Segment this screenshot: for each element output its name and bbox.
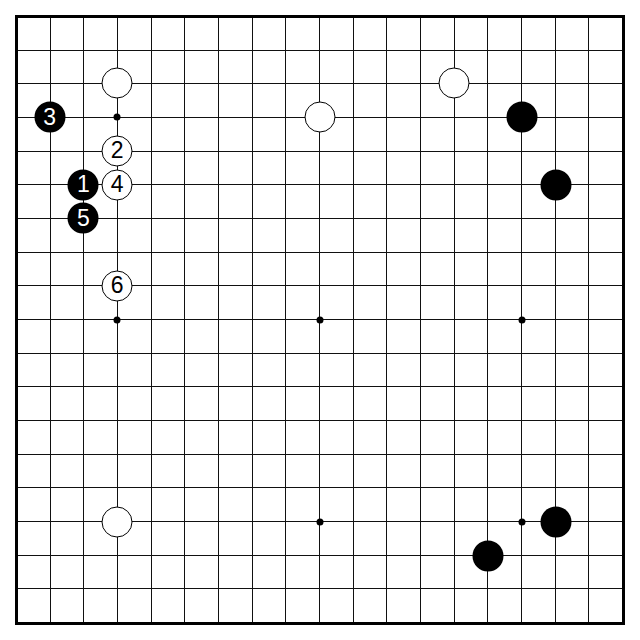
grid-cell[interactable] — [556, 286, 590, 320]
grid-cell[interactable] — [253, 421, 287, 455]
grid-cell[interactable] — [387, 320, 421, 354]
grid-cell[interactable] — [354, 219, 388, 253]
grid-cell[interactable] — [51, 421, 85, 455]
grid-cell[interactable] — [421, 556, 455, 590]
grid-cell[interactable] — [522, 17, 556, 51]
grid-cell[interactable] — [17, 421, 51, 455]
grid-cell[interactable] — [286, 387, 320, 421]
grid-cell[interactable] — [286, 320, 320, 354]
grid-cell[interactable] — [17, 51, 51, 85]
grid-cell[interactable] — [556, 455, 590, 489]
go-board[interactable]: 123456 — [0, 0, 640, 640]
grid-cell[interactable] — [51, 488, 85, 522]
grid-cell[interactable] — [17, 286, 51, 320]
grid-cell[interactable] — [589, 488, 623, 522]
grid-cell[interactable] — [455, 455, 489, 489]
grid-cell[interactable] — [556, 354, 590, 388]
grid-cell[interactable] — [556, 556, 590, 590]
grid-cell[interactable] — [488, 219, 522, 253]
stone-white-d4[interactable] — [102, 506, 133, 537]
grid-cell[interactable] — [354, 320, 388, 354]
grid-cell[interactable] — [354, 387, 388, 421]
grid-cell[interactable] — [421, 17, 455, 51]
grid-cell[interactable] — [522, 556, 556, 590]
grid-cell[interactable] — [421, 354, 455, 388]
grid-cell[interactable] — [118, 320, 152, 354]
grid-cell[interactable] — [51, 387, 85, 421]
grid-cell[interactable] — [320, 51, 354, 85]
grid-cell[interactable] — [185, 185, 219, 219]
grid-cell[interactable] — [387, 219, 421, 253]
grid-cell[interactable] — [253, 219, 287, 253]
grid-cell[interactable] — [589, 152, 623, 186]
grid-cell[interactable] — [387, 17, 421, 51]
grid-cell[interactable] — [589, 51, 623, 85]
grid-cell[interactable] — [185, 589, 219, 623]
grid-cell[interactable] — [253, 152, 287, 186]
stone-white-4[interactable]: 4 — [102, 169, 133, 200]
grid-cell[interactable] — [589, 286, 623, 320]
grid-cell[interactable] — [152, 455, 186, 489]
grid-cell[interactable] — [253, 185, 287, 219]
grid-cell[interactable] — [152, 253, 186, 287]
grid-cell[interactable] — [387, 354, 421, 388]
grid-cell[interactable] — [320, 320, 354, 354]
grid-cell[interactable] — [589, 421, 623, 455]
grid-cell[interactable] — [51, 253, 85, 287]
grid-cell[interactable] — [152, 522, 186, 556]
grid-cell[interactable] — [51, 354, 85, 388]
grid-cell[interactable] — [320, 17, 354, 51]
grid-cell[interactable] — [185, 17, 219, 51]
grid-cell[interactable] — [253, 387, 287, 421]
grid-cell[interactable] — [17, 354, 51, 388]
grid-cell[interactable] — [286, 556, 320, 590]
stone-black-q16[interactable] — [506, 102, 537, 133]
grid-cell[interactable] — [387, 118, 421, 152]
stone-white-6[interactable]: 6 — [102, 270, 133, 301]
grid-cell[interactable] — [84, 421, 118, 455]
grid-cell[interactable] — [488, 152, 522, 186]
grid-cell[interactable] — [152, 152, 186, 186]
grid-cell[interactable] — [185, 152, 219, 186]
grid-cell[interactable] — [286, 17, 320, 51]
grid-cell[interactable] — [219, 17, 253, 51]
grid-cell[interactable] — [253, 320, 287, 354]
grid-cell[interactable] — [589, 455, 623, 489]
grid-cell[interactable] — [387, 185, 421, 219]
grid-cell[interactable] — [253, 556, 287, 590]
grid-cell[interactable] — [219, 118, 253, 152]
grid-cell[interactable] — [455, 320, 489, 354]
grid-cell[interactable] — [219, 320, 253, 354]
grid-cell[interactable] — [488, 488, 522, 522]
grid-cell[interactable] — [522, 589, 556, 623]
grid-cell[interactable] — [219, 421, 253, 455]
grid-cell[interactable] — [387, 455, 421, 489]
grid-cell[interactable] — [320, 354, 354, 388]
grid-cell[interactable] — [219, 51, 253, 85]
grid-cell[interactable] — [185, 320, 219, 354]
grid-cell[interactable] — [354, 17, 388, 51]
grid-cell[interactable] — [421, 522, 455, 556]
grid-cell[interactable] — [589, 253, 623, 287]
grid-cell[interactable] — [387, 51, 421, 85]
grid-cell[interactable] — [387, 421, 421, 455]
grid-cell[interactable] — [488, 455, 522, 489]
grid-cell[interactable] — [421, 320, 455, 354]
grid-cell[interactable] — [455, 589, 489, 623]
grid-cell[interactable] — [185, 51, 219, 85]
grid-cell[interactable] — [51, 556, 85, 590]
grid-cell[interactable] — [589, 17, 623, 51]
grid-cell[interactable] — [589, 556, 623, 590]
grid-cell[interactable] — [421, 286, 455, 320]
grid-cell[interactable] — [118, 219, 152, 253]
grid-cell[interactable] — [185, 556, 219, 590]
grid-cell[interactable] — [253, 286, 287, 320]
grid-cell[interactable] — [421, 118, 455, 152]
grid-cell[interactable] — [286, 589, 320, 623]
grid-cell[interactable] — [51, 17, 85, 51]
grid-cell[interactable] — [152, 589, 186, 623]
grid-cell[interactable] — [354, 185, 388, 219]
grid-cell[interactable] — [286, 421, 320, 455]
grid-cell[interactable] — [152, 387, 186, 421]
move-number: 1 — [77, 173, 90, 196]
grid-cell[interactable] — [185, 421, 219, 455]
star-point — [114, 316, 121, 323]
grid-cell[interactable] — [455, 152, 489, 186]
grid-cell[interactable] — [556, 320, 590, 354]
grid-cell[interactable] — [488, 185, 522, 219]
grid-cell[interactable] — [152, 421, 186, 455]
grid-cell[interactable] — [253, 17, 287, 51]
grid-cell[interactable] — [185, 84, 219, 118]
grid-cell[interactable] — [152, 286, 186, 320]
grid-cell[interactable] — [522, 51, 556, 85]
grid-cell[interactable] — [354, 354, 388, 388]
grid-cell[interactable] — [421, 488, 455, 522]
grid-cell[interactable] — [556, 253, 590, 287]
grid-cell[interactable] — [320, 387, 354, 421]
grid-cell[interactable] — [488, 421, 522, 455]
grid-cell[interactable] — [286, 152, 320, 186]
grid-cell[interactable] — [455, 421, 489, 455]
grid-cell[interactable] — [17, 455, 51, 489]
grid-cell[interactable] — [253, 354, 287, 388]
grid-cell[interactable] — [589, 387, 623, 421]
grid-cell[interactable] — [455, 488, 489, 522]
grid-cell[interactable] — [51, 286, 85, 320]
grid-cell[interactable] — [488, 51, 522, 85]
grid-cell[interactable] — [589, 118, 623, 152]
grid-cell[interactable] — [354, 51, 388, 85]
grid-cell[interactable] — [589, 185, 623, 219]
grid-cell[interactable] — [455, 354, 489, 388]
stone-black-r14[interactable] — [540, 169, 571, 200]
grid-cell[interactable] — [118, 17, 152, 51]
grid-cell[interactable] — [185, 354, 219, 388]
grid-cell[interactable] — [522, 387, 556, 421]
grid-cell[interactable] — [488, 253, 522, 287]
grid-cell[interactable] — [589, 522, 623, 556]
grid-cell[interactable] — [84, 354, 118, 388]
grid-cell[interactable] — [320, 455, 354, 489]
grid-cell[interactable] — [253, 118, 287, 152]
grid-cell[interactable] — [522, 354, 556, 388]
grid-cell[interactable] — [51, 589, 85, 623]
stone-black-p3[interactable] — [473, 540, 504, 571]
grid-cell[interactable] — [219, 286, 253, 320]
stone-black-1[interactable]: 1 — [68, 169, 99, 200]
grid-cell[interactable] — [589, 84, 623, 118]
grid-cell[interactable] — [354, 421, 388, 455]
grid-cell[interactable] — [320, 589, 354, 623]
grid-cell[interactable] — [118, 354, 152, 388]
grid-cell[interactable] — [556, 17, 590, 51]
grid-cell[interactable] — [387, 152, 421, 186]
grid-cell[interactable] — [185, 286, 219, 320]
star-point — [518, 518, 525, 525]
grid-cell[interactable] — [286, 522, 320, 556]
grid-cell[interactable] — [118, 556, 152, 590]
grid-cell[interactable] — [354, 589, 388, 623]
grid-cell[interactable] — [387, 387, 421, 421]
grid-cell[interactable] — [421, 152, 455, 186]
grid-cell[interactable] — [556, 589, 590, 623]
grid-cell[interactable] — [354, 84, 388, 118]
grid-cell[interactable] — [185, 253, 219, 287]
star-point — [114, 114, 121, 121]
stone-black-5[interactable]: 5 — [68, 203, 99, 234]
grid-cell[interactable] — [17, 556, 51, 590]
grid-cell[interactable] — [556, 84, 590, 118]
grid-cell[interactable] — [84, 387, 118, 421]
grid-cell[interactable] — [118, 455, 152, 489]
star-point — [316, 316, 323, 323]
grid-cell[interactable] — [320, 421, 354, 455]
grid-cell[interactable] — [253, 589, 287, 623]
grid-cell[interactable] — [118, 589, 152, 623]
grid-cell[interactable] — [320, 185, 354, 219]
grid-cell[interactable] — [320, 488, 354, 522]
grid-cell[interactable] — [17, 488, 51, 522]
grid-cell[interactable] — [455, 118, 489, 152]
grid-cell[interactable] — [17, 17, 51, 51]
grid-cell[interactable] — [286, 253, 320, 287]
grid-cell[interactable] — [455, 17, 489, 51]
move-number: 3 — [43, 105, 56, 128]
grid-cell[interactable] — [17, 522, 51, 556]
grid-cell[interactable] — [387, 522, 421, 556]
grid-cell[interactable] — [488, 286, 522, 320]
grid-cell[interactable] — [522, 421, 556, 455]
grid-cell[interactable] — [253, 84, 287, 118]
grid-cell[interactable] — [320, 286, 354, 320]
grid-cell[interactable] — [286, 219, 320, 253]
grid-cell[interactable] — [17, 152, 51, 186]
grid-cell[interactable] — [387, 253, 421, 287]
grid-cell[interactable] — [589, 354, 623, 388]
grid-cell[interactable] — [286, 51, 320, 85]
grid-cell[interactable] — [589, 320, 623, 354]
stone-white-o17[interactable] — [439, 68, 470, 99]
grid-cell[interactable] — [421, 455, 455, 489]
move-number: 4 — [111, 173, 124, 196]
grid-cell[interactable] — [488, 17, 522, 51]
grid-cell[interactable] — [51, 51, 85, 85]
grid-cell[interactable] — [354, 488, 388, 522]
stone-white-d17[interactable] — [102, 68, 133, 99]
grid-cell[interactable] — [51, 455, 85, 489]
grid-cell[interactable] — [320, 219, 354, 253]
grid-cell[interactable] — [455, 387, 489, 421]
grid-cell[interactable] — [152, 84, 186, 118]
grid-cell[interactable] — [354, 253, 388, 287]
grid-cell[interactable] — [118, 387, 152, 421]
grid-cell[interactable] — [219, 556, 253, 590]
stone-white-2[interactable]: 2 — [102, 135, 133, 166]
grid-cell[interactable] — [354, 455, 388, 489]
grid-cell[interactable] — [84, 589, 118, 623]
grid-cell[interactable] — [253, 253, 287, 287]
grid-cell[interactable] — [152, 118, 186, 152]
grid-cell[interactable] — [286, 185, 320, 219]
grid-cell[interactable] — [522, 320, 556, 354]
grid-cell[interactable] — [320, 556, 354, 590]
move-number: 5 — [77, 206, 90, 229]
grid-cell[interactable] — [421, 387, 455, 421]
grid-cell[interactable] — [556, 387, 590, 421]
grid-cell[interactable] — [51, 320, 85, 354]
grid-cell[interactable] — [185, 455, 219, 489]
grid-cell[interactable] — [152, 488, 186, 522]
grid-cell[interactable] — [320, 522, 354, 556]
grid-cell[interactable] — [589, 219, 623, 253]
grid-cell[interactable] — [17, 219, 51, 253]
grid-cell[interactable] — [253, 455, 287, 489]
star-point — [518, 316, 525, 323]
grid-cell[interactable] — [354, 286, 388, 320]
grid-cell[interactable] — [185, 118, 219, 152]
grid-cell[interactable] — [488, 387, 522, 421]
grid-cell[interactable] — [219, 253, 253, 287]
grid-cell[interactable] — [219, 522, 253, 556]
stone-black-r4[interactable] — [540, 506, 571, 537]
grid-cell[interactable] — [286, 488, 320, 522]
grid-cell[interactable] — [219, 455, 253, 489]
grid-cell[interactable] — [589, 589, 623, 623]
grid-cell[interactable] — [421, 421, 455, 455]
star-point — [316, 518, 323, 525]
stone-white-k16[interactable] — [304, 102, 335, 133]
grid-cell[interactable] — [455, 219, 489, 253]
grid-cell[interactable] — [185, 488, 219, 522]
grid-cell[interactable] — [556, 51, 590, 85]
grid-cell[interactable] — [253, 488, 287, 522]
grid-cell[interactable] — [219, 152, 253, 186]
grid-cell[interactable] — [17, 320, 51, 354]
grid-cell[interactable] — [556, 421, 590, 455]
grid-cell[interactable] — [219, 387, 253, 421]
grid-cell[interactable] — [185, 522, 219, 556]
grid-cell[interactable] — [84, 17, 118, 51]
grid-cell[interactable] — [455, 185, 489, 219]
grid-cell[interactable] — [421, 589, 455, 623]
grid-cell[interactable] — [219, 185, 253, 219]
grid-cell[interactable] — [118, 421, 152, 455]
grid-cell[interactable] — [286, 286, 320, 320]
grid-cell[interactable] — [556, 118, 590, 152]
grid-cell[interactable] — [488, 354, 522, 388]
grid-cell[interactable] — [152, 354, 186, 388]
grid-cell[interactable] — [84, 556, 118, 590]
grid-cell[interactable] — [17, 387, 51, 421]
move-number: 6 — [111, 274, 124, 297]
grid-cell[interactable] — [421, 253, 455, 287]
grid-cell[interactable] — [51, 522, 85, 556]
grid-cell[interactable] — [354, 118, 388, 152]
grid-cell[interactable] — [152, 51, 186, 85]
grid-cell[interactable] — [185, 219, 219, 253]
stone-black-3[interactable]: 3 — [34, 102, 65, 133]
grid-cell[interactable] — [286, 455, 320, 489]
grid-cell[interactable] — [488, 320, 522, 354]
grid-cell[interactable] — [219, 354, 253, 388]
grid-cell[interactable] — [556, 219, 590, 253]
grid-cell[interactable] — [387, 84, 421, 118]
grid-cell[interactable] — [185, 387, 219, 421]
grid-cell[interactable] — [522, 253, 556, 287]
grid-cell[interactable] — [320, 253, 354, 287]
grid-cell[interactable] — [17, 589, 51, 623]
grid-cell[interactable] — [152, 556, 186, 590]
grid-cell[interactable] — [286, 354, 320, 388]
grid-cell[interactable] — [84, 455, 118, 489]
grid-cell[interactable] — [455, 286, 489, 320]
grid-cell[interactable] — [219, 219, 253, 253]
grid-cell[interactable] — [354, 556, 388, 590]
grid-cell[interactable] — [219, 84, 253, 118]
grid-cell[interactable] — [84, 320, 118, 354]
grid-cell[interactable] — [219, 589, 253, 623]
grid-cell[interactable] — [152, 185, 186, 219]
grid-cell[interactable] — [17, 185, 51, 219]
grid-cell[interactable] — [219, 488, 253, 522]
grid-cell[interactable] — [522, 455, 556, 489]
grid-cell[interactable] — [354, 152, 388, 186]
grid-cell[interactable] — [522, 286, 556, 320]
grid-cell[interactable] — [253, 522, 287, 556]
grid-cell[interactable] — [152, 17, 186, 51]
grid-cell[interactable] — [253, 51, 287, 85]
grid-cell[interactable] — [421, 185, 455, 219]
grid-cell[interactable] — [152, 320, 186, 354]
grid-cell[interactable] — [387, 556, 421, 590]
grid-cell[interactable] — [488, 589, 522, 623]
grid-cell[interactable] — [152, 219, 186, 253]
grid-cell[interactable] — [320, 152, 354, 186]
grid-cell[interactable] — [522, 219, 556, 253]
grid-cell[interactable] — [387, 488, 421, 522]
grid-cell[interactable] — [387, 286, 421, 320]
grid-cell[interactable] — [387, 589, 421, 623]
grid-cell[interactable] — [455, 253, 489, 287]
grid-cell[interactable] — [354, 522, 388, 556]
grid-cell[interactable] — [421, 219, 455, 253]
grid-cell[interactable] — [17, 253, 51, 287]
